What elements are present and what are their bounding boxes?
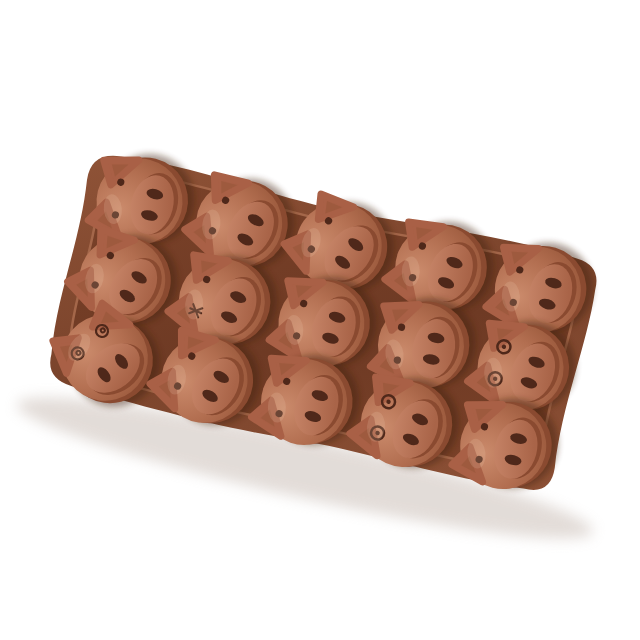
scene-svg <box>0 0 640 640</box>
product-photo <box>0 0 640 640</box>
